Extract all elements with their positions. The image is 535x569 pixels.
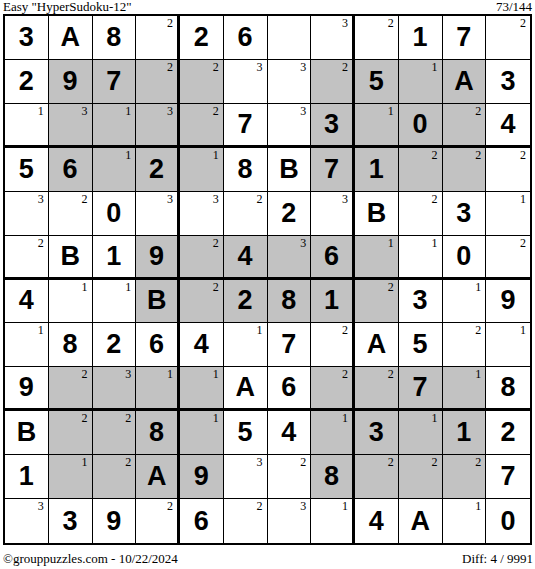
given-digit: B bbox=[5, 411, 48, 454]
cell-r12c10[interactable]: A bbox=[399, 499, 443, 543]
cell-r8c11[interactable]: 2 bbox=[443, 323, 487, 367]
cell-r6c1[interactable]: 2 bbox=[5, 236, 49, 280]
cell-r10c2[interactable]: 2 bbox=[49, 411, 93, 455]
corner-mark: 1 bbox=[82, 455, 88, 469]
given-digit: 8 bbox=[268, 280, 311, 323]
cell-r1c3[interactable]: 8 bbox=[93, 16, 137, 60]
corner-mark: 1 bbox=[475, 367, 481, 381]
corner-mark: 2 bbox=[475, 148, 481, 162]
cell-r3c9[interactable]: 1 bbox=[355, 104, 399, 148]
cell-r7c2[interactable]: 1 bbox=[49, 280, 93, 324]
corner-mark: 2 bbox=[342, 323, 348, 337]
given-digit: 7 bbox=[311, 148, 352, 191]
corner-mark: 1 bbox=[257, 323, 263, 337]
cell-r4c5[interactable]: 1 bbox=[180, 148, 224, 192]
given-digit: 9 bbox=[180, 455, 223, 498]
cell-r5c5[interactable]: 3 bbox=[180, 192, 224, 236]
corner-mark: 3 bbox=[167, 104, 173, 118]
cell-r9c12[interactable]: 8 bbox=[486, 367, 530, 411]
corner-mark: 2 bbox=[342, 367, 348, 381]
cell-r3c8[interactable]: 3 bbox=[311, 104, 355, 148]
corner-mark: 2 bbox=[82, 411, 88, 425]
cell-r6c6[interactable]: 4 bbox=[224, 236, 268, 280]
given-digit: 2 bbox=[486, 411, 530, 454]
given-digit: 7 bbox=[443, 16, 486, 59]
corner-mark: 1 bbox=[342, 411, 348, 425]
corner-mark: 1 bbox=[342, 499, 348, 513]
cell-r3c6[interactable]: 7 bbox=[224, 104, 268, 148]
corner-mark: 1 bbox=[432, 236, 438, 250]
cell-r12c12[interactable]: 0 bbox=[486, 499, 530, 543]
cell-r4c6[interactable]: 8 bbox=[224, 148, 268, 192]
given-digit: B bbox=[268, 148, 311, 191]
given-digit: 3 bbox=[443, 192, 486, 235]
cell-r1c9[interactable]: 2 bbox=[355, 16, 399, 60]
cell-r11c9[interactable]: 2 bbox=[355, 455, 399, 499]
cell-r8c6[interactable]: 1 bbox=[224, 323, 268, 367]
given-digit: 6 bbox=[49, 148, 92, 191]
cell-r10c9[interactable]: 3 bbox=[355, 411, 399, 455]
cell-r6c11[interactable]: 0 bbox=[443, 236, 487, 280]
corner-mark: 1 bbox=[432, 60, 438, 74]
given-digit: 5 bbox=[5, 148, 48, 191]
corner-mark: 2 bbox=[432, 192, 438, 206]
corner-mark: 2 bbox=[475, 323, 481, 337]
cell-r11c12[interactable]: 7 bbox=[486, 455, 530, 499]
corner-mark: 1 bbox=[213, 367, 219, 381]
given-digit: 1 bbox=[443, 411, 486, 454]
given-digit: A bbox=[49, 16, 92, 59]
corner-mark: 1 bbox=[388, 236, 394, 250]
corner-mark: 2 bbox=[82, 192, 88, 206]
corner-mark: 2 bbox=[475, 455, 481, 469]
corner-mark: 1 bbox=[125, 280, 131, 294]
cell-r5c11[interactable]: 3 bbox=[443, 192, 487, 236]
cell-r11c7[interactable]: 2 bbox=[268, 455, 312, 499]
cell-r4c1[interactable]: 5 bbox=[5, 148, 49, 192]
corner-mark: 1 bbox=[520, 192, 526, 206]
corner-mark: 3 bbox=[257, 455, 263, 469]
cell-r10c6[interactable]: 5 bbox=[224, 411, 268, 455]
given-digit: 8 bbox=[311, 455, 352, 498]
corner-mark: 1 bbox=[82, 280, 88, 294]
cell-r2c7[interactable]: 3 bbox=[268, 60, 312, 104]
cell-r3c12[interactable]: 4 bbox=[486, 104, 530, 148]
given-digit: 6 bbox=[311, 236, 352, 277]
corner-mark: 2 bbox=[125, 455, 131, 469]
cell-r12c2[interactable]: 3 bbox=[49, 499, 93, 543]
cell-r9c6[interactable]: A bbox=[224, 367, 268, 411]
cell-r12c3[interactable]: 9 bbox=[93, 499, 137, 543]
given-digit: 5 bbox=[399, 323, 442, 366]
cell-r7c4[interactable]: B bbox=[136, 280, 180, 324]
corner-mark: 3 bbox=[300, 499, 306, 513]
corner-mark: 2 bbox=[167, 60, 173, 74]
cell-r8c9[interactable]: A bbox=[355, 323, 399, 367]
corner-mark: 3 bbox=[342, 16, 348, 30]
cell-r12c11[interactable]: 1 bbox=[443, 499, 487, 543]
cell-r10c1[interactable]: B bbox=[5, 411, 49, 455]
cell-r2c1[interactable]: 2 bbox=[5, 60, 49, 104]
corner-mark: 1 bbox=[167, 367, 173, 381]
cell-r11c8[interactable]: 8 bbox=[311, 455, 355, 499]
corner-mark: 1 bbox=[38, 323, 44, 337]
puzzle-title: Easy "HyperSudoku-12" bbox=[3, 0, 132, 13]
cell-r11c3[interactable]: 2 bbox=[93, 455, 137, 499]
cell-r6c2[interactable]: B bbox=[49, 236, 93, 280]
given-digit: 4 bbox=[355, 499, 398, 543]
corner-mark: 3 bbox=[167, 192, 173, 206]
given-digit: 4 bbox=[268, 411, 311, 454]
cell-r8c7[interactable]: 7 bbox=[268, 323, 312, 367]
corner-mark: 2 bbox=[388, 280, 394, 294]
corner-mark: 2 bbox=[82, 367, 88, 381]
cell-r1c2[interactable]: A bbox=[49, 16, 93, 60]
given-digit: 2 bbox=[5, 60, 48, 103]
cell-r6c8[interactable]: 6 bbox=[311, 236, 355, 280]
given-digit: B bbox=[355, 192, 398, 235]
corner-mark: 1 bbox=[432, 411, 438, 425]
cell-r2c8[interactable]: 2 bbox=[311, 60, 355, 104]
cell-r12c1[interactable]: 3 bbox=[5, 499, 49, 543]
cell-r11c1[interactable]: 1 bbox=[5, 455, 49, 499]
cell-r1c11[interactable]: 7 bbox=[443, 16, 487, 60]
corner-mark: 3 bbox=[38, 499, 44, 513]
cell-r12c6[interactable]: 2 bbox=[224, 499, 268, 543]
cell-r12c5[interactable]: 6 bbox=[180, 499, 224, 543]
corner-mark: 2 bbox=[432, 455, 438, 469]
cell-r3c1[interactable]: 1 bbox=[5, 104, 49, 148]
cell-r2c4[interactable]: 2 bbox=[136, 60, 180, 104]
given-digit: 1 bbox=[399, 16, 442, 59]
given-digit: 3 bbox=[5, 16, 48, 59]
cell-r1c12[interactable]: 2 bbox=[486, 16, 530, 60]
corner-mark: 1 bbox=[388, 104, 394, 118]
corner-mark: 1 bbox=[475, 499, 481, 513]
given-digit: A bbox=[355, 323, 398, 366]
given-digit: 7 bbox=[268, 323, 311, 366]
given-digit: 3 bbox=[311, 104, 352, 145]
cell-r4c7[interactable]: B bbox=[268, 148, 312, 192]
cell-r11c4[interactable]: A bbox=[136, 455, 180, 499]
cell-r9c3[interactable]: 3 bbox=[93, 367, 137, 411]
corner-mark: 2 bbox=[520, 236, 526, 250]
cell-r1c6[interactable]: 6 bbox=[224, 16, 268, 60]
corner-mark: 2 bbox=[342, 60, 348, 74]
cell-r9c1[interactable]: 9 bbox=[5, 367, 49, 411]
cell-r11c11[interactable]: 2 bbox=[443, 455, 487, 499]
given-digit: B bbox=[136, 280, 177, 323]
given-digit: 2 bbox=[93, 323, 136, 366]
corner-mark: 1 bbox=[125, 104, 131, 118]
cell-r8c2[interactable]: 8 bbox=[49, 323, 93, 367]
corner-mark: 2 bbox=[475, 104, 481, 118]
cell-r7c6[interactable]: 2 bbox=[224, 280, 268, 324]
cell-r12c9[interactable]: 4 bbox=[355, 499, 399, 543]
cell-r9c5[interactable]: 1 bbox=[180, 367, 224, 411]
given-digit: 4 bbox=[180, 323, 223, 366]
copyright-date: ©grouppuzzles.com - 10/22/2024 bbox=[3, 551, 178, 566]
cell-r2c10[interactable]: 1 bbox=[399, 60, 443, 104]
given-digit: 0 bbox=[443, 236, 486, 277]
cell-r2c12[interactable]: 3 bbox=[486, 60, 530, 104]
cell-r9c4[interactable]: 1 bbox=[136, 367, 180, 411]
cell-r11c6[interactable]: 3 bbox=[224, 455, 268, 499]
given-digit: 2 bbox=[180, 16, 223, 59]
corner-mark: 2 bbox=[388, 455, 394, 469]
cell-r1c1[interactable]: 3 bbox=[5, 16, 49, 60]
corner-mark: 1 bbox=[475, 280, 481, 294]
given-digit: A bbox=[136, 455, 177, 498]
corner-mark: 2 bbox=[38, 236, 44, 250]
cell-r3c3[interactable]: 1 bbox=[93, 104, 137, 148]
given-digit: 5 bbox=[355, 60, 398, 103]
cell-r4c11[interactable]: 2 bbox=[443, 148, 487, 192]
cell-r6c9[interactable]: 1 bbox=[355, 236, 399, 280]
corner-mark: 2 bbox=[167, 499, 173, 513]
cell-r6c4[interactable]: 9 bbox=[136, 236, 180, 280]
given-digit: 4 bbox=[5, 280, 48, 323]
cell-r4c10[interactable]: 2 bbox=[399, 148, 443, 192]
page-footer: ©grouppuzzles.com - 10/22/2024 Diff: 4 /… bbox=[3, 551, 533, 566]
cell-r7c11[interactable]: 1 bbox=[443, 280, 487, 324]
cell-r12c7[interactable]: 3 bbox=[268, 499, 312, 543]
given-digit: 3 bbox=[399, 280, 442, 323]
corner-mark: 3 bbox=[342, 192, 348, 206]
cell-r4c2[interactable]: 6 bbox=[49, 148, 93, 192]
cell-r5c3[interactable]: 0 bbox=[93, 192, 137, 236]
cell-r9c9[interactable]: 2 bbox=[355, 367, 399, 411]
given-digit: 1 bbox=[5, 455, 48, 498]
cell-r5c7[interactable]: 2 bbox=[268, 192, 312, 236]
cell-r10c11[interactable]: 1 bbox=[443, 411, 487, 455]
cell-r8c10[interactable]: 5 bbox=[399, 323, 443, 367]
given-digit: 2 bbox=[136, 148, 177, 191]
given-digit: 9 bbox=[136, 236, 177, 277]
cell-r2c11[interactable]: A bbox=[443, 60, 487, 104]
cell-r8c5[interactable]: 4 bbox=[180, 323, 224, 367]
cell-r11c10[interactable]: 2 bbox=[399, 455, 443, 499]
corner-mark: 2 bbox=[388, 367, 394, 381]
corner-mark: 2 bbox=[257, 499, 263, 513]
cell-r10c3[interactable]: 2 bbox=[93, 411, 137, 455]
cell-r11c5[interactable]: 9 bbox=[180, 455, 224, 499]
given-digit: 6 bbox=[268, 367, 311, 408]
given-digit: 6 bbox=[224, 16, 267, 59]
given-digit: 7 bbox=[93, 60, 136, 103]
given-digit: 8 bbox=[486, 367, 530, 408]
cell-r12c4[interactable]: 2 bbox=[136, 499, 180, 543]
given-digit: 9 bbox=[49, 60, 92, 103]
given-digit: 7 bbox=[224, 104, 267, 145]
given-digit: 7 bbox=[486, 455, 530, 498]
corner-mark: 3 bbox=[300, 60, 306, 74]
cell-r6c5[interactable]: 2 bbox=[180, 236, 224, 280]
cell-r8c1[interactable]: 1 bbox=[5, 323, 49, 367]
corner-mark: 2 bbox=[300, 455, 306, 469]
cell-r10c8[interactable]: 1 bbox=[311, 411, 355, 455]
cell-r6c10[interactable]: 1 bbox=[399, 236, 443, 280]
given-digit: 4 bbox=[486, 104, 530, 145]
cell-r4c3[interactable]: 1 bbox=[93, 148, 137, 192]
cell-r3c11[interactable]: 2 bbox=[443, 104, 487, 148]
given-digit: 6 bbox=[136, 323, 177, 366]
cell-r9c7[interactable]: 6 bbox=[268, 367, 312, 411]
corner-mark: 3 bbox=[257, 60, 263, 74]
corner-mark: 2 bbox=[125, 411, 131, 425]
cell-r2c5[interactable]: 2 bbox=[180, 60, 224, 104]
sudoku-board: 3A8226321722972233251A313132733102456121… bbox=[3, 14, 532, 545]
corner-mark: 3 bbox=[300, 236, 306, 250]
cell-r2c2[interactable]: 9 bbox=[49, 60, 93, 104]
cell-r4c8[interactable]: 7 bbox=[311, 148, 355, 192]
cell-r12c8[interactable]: 1 bbox=[311, 499, 355, 543]
cell-r9c11[interactable]: 1 bbox=[443, 367, 487, 411]
cell-r8c8[interactable]: 2 bbox=[311, 323, 355, 367]
cell-r1c10[interactable]: 1 bbox=[399, 16, 443, 60]
cell-r5c10[interactable]: 2 bbox=[399, 192, 443, 236]
corner-mark: 1 bbox=[520, 323, 526, 337]
cell-r4c12[interactable]: 2 bbox=[486, 148, 530, 192]
cell-r6c7[interactable]: 3 bbox=[268, 236, 312, 280]
cell-r7c7[interactable]: 8 bbox=[268, 280, 312, 324]
cell-r9c10[interactable]: 7 bbox=[399, 367, 443, 411]
given-digit: 7 bbox=[399, 367, 442, 408]
cell-r7c8[interactable]: 1 bbox=[311, 280, 355, 324]
corner-mark: 3 bbox=[125, 367, 131, 381]
cell-r7c10[interactable]: 3 bbox=[399, 280, 443, 324]
corner-mark: 2 bbox=[388, 16, 394, 30]
corner-mark: 1 bbox=[38, 104, 44, 118]
given-digit: 0 bbox=[93, 192, 136, 235]
cell-r3c10[interactable]: 0 bbox=[399, 104, 443, 148]
puzzle-counter: 73/144 bbox=[496, 0, 532, 13]
cell-r7c12[interactable]: 9 bbox=[486, 280, 530, 324]
corner-mark: 2 bbox=[213, 60, 219, 74]
given-digit: 8 bbox=[224, 148, 267, 191]
cell-r10c5[interactable]: 1 bbox=[180, 411, 224, 455]
cell-r1c8[interactable]: 3 bbox=[311, 16, 355, 60]
given-digit: 9 bbox=[93, 499, 136, 543]
corner-mark: 1 bbox=[213, 411, 219, 425]
corner-mark: 2 bbox=[432, 148, 438, 162]
given-digit: 3 bbox=[486, 60, 530, 103]
cell-r3c2[interactable]: 3 bbox=[49, 104, 93, 148]
cell-r10c7[interactable]: 4 bbox=[268, 411, 312, 455]
cell-r2c6[interactable]: 3 bbox=[224, 60, 268, 104]
page-header: Easy "HyperSudoku-12" 73/144 bbox=[3, 0, 532, 13]
cell-r2c3[interactable]: 7 bbox=[93, 60, 137, 104]
given-digit: 8 bbox=[93, 16, 136, 59]
cell-r2c9[interactable]: 5 bbox=[355, 60, 399, 104]
cell-r3c7[interactable]: 3 bbox=[268, 104, 312, 148]
corner-mark: 2 bbox=[213, 104, 219, 118]
cell-r7c5[interactable]: 2 bbox=[180, 280, 224, 324]
given-digit: 1 bbox=[355, 148, 398, 191]
cell-r5c6[interactable]: 2 bbox=[224, 192, 268, 236]
cell-r5c4[interactable]: 3 bbox=[136, 192, 180, 236]
cell-r8c4[interactable]: 6 bbox=[136, 323, 180, 367]
cell-r7c9[interactable]: 2 bbox=[355, 280, 399, 324]
cell-r3c4[interactable]: 3 bbox=[136, 104, 180, 148]
given-digit: 1 bbox=[311, 280, 352, 323]
given-digit: 8 bbox=[49, 323, 92, 366]
cell-r7c1[interactable]: 4 bbox=[5, 280, 49, 324]
cell-r5c9[interactable]: B bbox=[355, 192, 399, 236]
cell-r5c1[interactable]: 3 bbox=[5, 192, 49, 236]
cell-r5c2[interactable]: 2 bbox=[49, 192, 93, 236]
corner-mark: 2 bbox=[213, 236, 219, 250]
corner-mark: 1 bbox=[213, 148, 219, 162]
corner-mark: 3 bbox=[82, 104, 88, 118]
corner-mark: 2 bbox=[257, 192, 263, 206]
cell-r5c8[interactable]: 3 bbox=[311, 192, 355, 236]
difficulty-label: Diff: 4 / 9991 bbox=[462, 551, 533, 566]
corner-mark: 3 bbox=[213, 192, 219, 206]
cell-r9c2[interactable]: 2 bbox=[49, 367, 93, 411]
given-digit: 4 bbox=[224, 236, 267, 277]
corner-mark: 2 bbox=[213, 280, 219, 294]
given-digit: 2 bbox=[224, 280, 267, 323]
corner-mark: 2 bbox=[520, 148, 526, 162]
corner-mark: 1 bbox=[125, 148, 131, 162]
cell-r8c3[interactable]: 2 bbox=[93, 323, 137, 367]
given-digit: 9 bbox=[486, 280, 530, 323]
given-digit: A bbox=[224, 367, 267, 408]
cell-r4c9[interactable]: 1 bbox=[355, 148, 399, 192]
cell-r10c10[interactable]: 1 bbox=[399, 411, 443, 455]
given-digit: A bbox=[399, 499, 442, 543]
cell-r10c12[interactable]: 2 bbox=[486, 411, 530, 455]
corner-mark: 3 bbox=[38, 192, 44, 206]
cell-r3c5[interactable]: 2 bbox=[180, 104, 224, 148]
given-digit: 0 bbox=[399, 104, 442, 145]
cell-r8c12[interactable]: 1 bbox=[486, 323, 530, 367]
given-digit: 6 bbox=[180, 499, 223, 543]
given-digit: 9 bbox=[5, 367, 48, 408]
given-digit: A bbox=[443, 60, 486, 103]
given-digit: 1 bbox=[93, 236, 136, 277]
cell-r4c4[interactable]: 2 bbox=[136, 148, 180, 192]
given-digit: 0 bbox=[486, 499, 530, 543]
given-digit: 2 bbox=[268, 192, 311, 235]
cell-r10c4[interactable]: 8 bbox=[136, 411, 180, 455]
cell-r6c3[interactable]: 1 bbox=[93, 236, 137, 280]
given-digit: 3 bbox=[355, 411, 398, 454]
corner-mark: 2 bbox=[520, 16, 526, 30]
given-digit: 8 bbox=[136, 411, 177, 454]
cell-r7c3[interactable]: 1 bbox=[93, 280, 137, 324]
corner-mark: 2 bbox=[167, 16, 173, 30]
cell-r1c4[interactable]: 2 bbox=[136, 16, 180, 60]
given-digit: B bbox=[49, 236, 92, 277]
cell-r11c2[interactable]: 1 bbox=[49, 455, 93, 499]
given-digit: 5 bbox=[224, 411, 267, 454]
cell-r6c12[interactable]: 2 bbox=[486, 236, 530, 280]
cell-r1c5[interactable]: 2 bbox=[180, 16, 224, 60]
cell-r5c12[interactable]: 1 bbox=[486, 192, 530, 236]
given-digit: 3 bbox=[49, 499, 92, 543]
corner-mark: 3 bbox=[300, 104, 306, 118]
cell-r9c8[interactable]: 2 bbox=[311, 367, 355, 411]
cell-r1c7[interactable] bbox=[268, 16, 312, 60]
